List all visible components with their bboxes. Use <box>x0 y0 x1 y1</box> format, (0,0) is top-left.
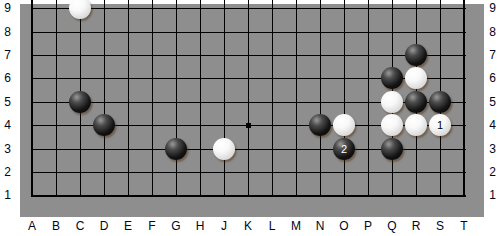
row-label-left: 3 <box>1 142 14 156</box>
row-label-left: 1 <box>1 188 14 202</box>
grid-line-vertical <box>320 0 321 197</box>
column-label: Q <box>380 219 404 233</box>
column-label: G <box>164 219 188 233</box>
row-label-left: 6 <box>1 71 14 85</box>
column-label: J <box>212 219 236 233</box>
column-label: L <box>260 219 284 233</box>
column-label: K <box>236 219 260 233</box>
black-stone[interactable] <box>165 138 187 160</box>
go-diagram: 21 998877665544332211ABCDEFGHJKLMNOPQRST <box>0 0 500 236</box>
row-label-right: 5 <box>486 95 499 109</box>
black-stone[interactable] <box>69 91 91 113</box>
grid-line-vertical <box>152 0 153 197</box>
column-label: A <box>20 219 44 233</box>
black-stone[interactable] <box>381 67 403 89</box>
column-label: R <box>404 219 428 233</box>
grid-line-vertical <box>463 0 465 197</box>
grid-line-horizontal <box>32 55 466 56</box>
grid-line-vertical <box>272 0 273 197</box>
white-stone[interactable] <box>333 114 355 136</box>
black-stone[interactable]: 2 <box>333 138 355 160</box>
grid-line-vertical <box>176 0 177 197</box>
grid-line-vertical <box>248 0 249 197</box>
row-label-left: 7 <box>1 48 14 62</box>
black-stone[interactable] <box>381 138 403 160</box>
black-stone[interactable] <box>405 44 427 66</box>
grid-line-horizontal <box>32 8 466 9</box>
black-stone[interactable] <box>405 91 427 113</box>
white-stone[interactable] <box>69 0 91 19</box>
grid-line-vertical <box>296 0 297 197</box>
go-board[interactable]: 21 <box>16 0 480 213</box>
column-label: D <box>92 219 116 233</box>
grid-line-vertical <box>56 0 57 197</box>
column-label: C <box>68 219 92 233</box>
star-point <box>246 123 251 128</box>
row-label-left: 5 <box>1 95 14 109</box>
grid-line-vertical <box>31 0 33 197</box>
column-label: H <box>188 219 212 233</box>
column-label: E <box>116 219 140 233</box>
row-label-right: 7 <box>486 48 499 62</box>
grid-line-horizontal <box>32 32 466 33</box>
column-label: F <box>140 219 164 233</box>
row-label-right: 3 <box>486 142 499 156</box>
row-label-right: 2 <box>486 165 499 179</box>
black-stone[interactable] <box>93 114 115 136</box>
column-label: P <box>356 219 380 233</box>
grid-line-vertical <box>200 0 201 197</box>
white-stone[interactable] <box>381 114 403 136</box>
column-label: N <box>308 219 332 233</box>
grid-line-vertical <box>344 0 345 197</box>
white-stone[interactable] <box>381 91 403 113</box>
column-label: M <box>284 219 308 233</box>
white-stone[interactable] <box>405 67 427 89</box>
row-label-right: 4 <box>486 118 499 132</box>
row-label-right: 1 <box>486 188 499 202</box>
grid-line-horizontal <box>32 172 466 173</box>
row-label-left: 4 <box>1 118 14 132</box>
row-label-left: 8 <box>1 25 14 39</box>
grid-line-vertical <box>104 0 105 197</box>
row-label-right: 8 <box>486 25 499 39</box>
column-label: O <box>332 219 356 233</box>
white-stone[interactable] <box>405 114 427 136</box>
row-label-right: 6 <box>486 71 499 85</box>
grid-line-horizontal <box>32 195 466 197</box>
grid-line-vertical <box>224 0 225 197</box>
black-stone[interactable] <box>309 114 331 136</box>
row-label-left: 9 <box>1 1 14 15</box>
white-stone[interactable] <box>213 138 235 160</box>
column-label: B <box>44 219 68 233</box>
black-stone[interactable] <box>429 91 451 113</box>
column-label: S <box>428 219 452 233</box>
column-label: T <box>452 219 476 233</box>
grid-line-vertical <box>128 0 129 197</box>
row-label-left: 2 <box>1 165 14 179</box>
row-label-right: 9 <box>486 1 499 15</box>
grid-line-vertical <box>368 0 369 197</box>
white-stone[interactable]: 1 <box>429 114 451 136</box>
